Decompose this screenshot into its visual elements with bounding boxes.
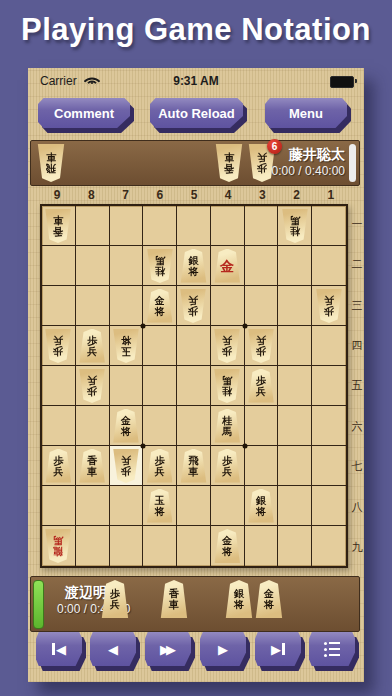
rank-label-2: 二 (350, 244, 364, 284)
triangle-glyph: ◀ (108, 643, 118, 656)
square-9-8[interactable] (42, 486, 76, 526)
page-title: Playing Game Notation (0, 12, 392, 48)
shogi-piece-金将-sente[interactable]: 金将 (112, 409, 139, 443)
square-5-3[interactable]: 歩兵 (177, 286, 211, 326)
skip-to-end-icon[interactable]: ▶ (255, 632, 301, 666)
square-9-6[interactable] (42, 406, 76, 446)
shogi-piece-歩兵-sente[interactable]: 歩兵 (214, 449, 241, 483)
top-player-time: 0:00 / 0:40:00 (272, 164, 345, 178)
piece-kanji: 馬 (155, 255, 165, 266)
square-9-1[interactable]: 香車 (42, 206, 76, 246)
piece-kanji: 歩 (256, 346, 266, 357)
square-7-4[interactable]: 玉将 (110, 326, 144, 366)
square-2-2[interactable] (278, 246, 312, 286)
square-7-8[interactable] (110, 486, 144, 526)
square-8-7[interactable]: 香車 (76, 446, 110, 486)
piece-kanji: 馬 (53, 535, 63, 546)
shogi-piece-龍馬-gote[interactable]: 龍馬 (45, 529, 72, 563)
rank-label-4: 四 (350, 325, 364, 365)
shogi-piece-歩兵-sente[interactable]: 歩兵 (146, 449, 173, 483)
square-8-9[interactable] (76, 526, 110, 566)
rank-label-1: 一 (350, 204, 364, 244)
piece-kanji: 歩 (87, 335, 97, 346)
piece-kanji: 銀 (234, 588, 244, 599)
square-4-6[interactable]: 桂馬 (211, 406, 245, 446)
shogi-piece-歩兵-gote[interactable]: 歩兵 (180, 289, 207, 323)
square-8-4[interactable]: 歩兵 (76, 326, 110, 366)
square-4-8[interactable] (211, 486, 245, 526)
square-5-2[interactable]: 銀将 (177, 246, 211, 286)
shogi-piece-金将-sente[interactable]: 金将 (255, 580, 283, 618)
piece-kanji: 兵 (256, 386, 266, 397)
piece-kanji: 兵 (324, 295, 334, 306)
square-7-1[interactable] (110, 206, 144, 246)
rank-label-6: 六 (350, 406, 364, 446)
square-1-7[interactable] (312, 446, 346, 486)
piece-kanji: 桂 (155, 266, 165, 277)
square-6-3[interactable]: 金将 (143, 286, 177, 326)
shogi-piece-玉将-sente[interactable]: 玉将 (146, 489, 173, 523)
phone-frame: Carrier 9:31 AM Comment Auto Reload Menu… (28, 68, 364, 682)
shogi-piece-歩兵-gote[interactable]: 歩兵 (112, 449, 139, 483)
star-point (242, 444, 247, 449)
shogi-piece-桂馬-sente[interactable]: 桂馬 (214, 409, 241, 443)
rank-label-5: 五 (350, 366, 364, 406)
clock-label: 9:31 AM (28, 74, 364, 88)
piece-kanji: 兵 (53, 466, 63, 477)
piece-kanji: 兵 (222, 466, 232, 477)
square-3-8[interactable]: 銀将 (245, 486, 279, 526)
file-label-8: 8 (74, 188, 108, 204)
square-6-8[interactable]: 玉将 (143, 486, 177, 526)
piece-kanji: 車 (46, 152, 56, 163)
battery-icon (330, 76, 354, 88)
square-1-2[interactable] (312, 246, 346, 286)
hand-piece-歩兵[interactable]: 歩兵 (101, 580, 129, 618)
square-2-3[interactable] (278, 286, 312, 326)
piece-kanji: 将 (121, 335, 131, 346)
square-3-1[interactable] (245, 206, 279, 246)
piece-kanji: 銀 (188, 255, 198, 266)
square-5-9[interactable] (177, 526, 211, 566)
piece-kanji: 香 (224, 163, 234, 174)
square-2-8[interactable] (278, 486, 312, 526)
square-6-2[interactable]: 桂馬 (143, 246, 177, 286)
square-9-3[interactable] (42, 286, 76, 326)
hand-piece-香車[interactable]: 香車 (160, 580, 188, 618)
shogi-piece-歩兵-gote[interactable]: 歩兵 (316, 289, 343, 323)
square-1-4[interactable] (312, 326, 346, 366)
hand-piece-香車[interactable]: 香車 (215, 144, 243, 182)
piece-kanji: 歩 (110, 588, 120, 599)
piece-kanji: 歩 (222, 455, 232, 466)
piece-kanji: 将 (234, 599, 244, 610)
square-1-3[interactable]: 歩兵 (312, 286, 346, 326)
shogi-piece-銀将-sente[interactable]: 銀将 (225, 580, 253, 618)
square-6-5[interactable] (143, 366, 177, 406)
play-icon[interactable]: ▶ (200, 632, 246, 666)
shogi-piece-桂馬-gote[interactable]: 桂馬 (281, 209, 308, 243)
move-list-button[interactable] (309, 632, 355, 666)
piece-kanji: 銀 (256, 495, 266, 506)
piece-kanji: 香 (53, 226, 63, 237)
step-back-button[interactable]: ◀ (90, 632, 136, 666)
shogi-piece-桂馬-gote[interactable]: 桂馬 (146, 249, 173, 283)
shogi-piece-金将-sente[interactable]: 金将 (146, 289, 173, 323)
comment-button[interactable]: Comment (38, 98, 130, 128)
shogi-piece-香車-gote[interactable]: 香車 (45, 209, 72, 243)
piece-kanji: 香 (169, 588, 179, 599)
hand-piece-飛車[interactable]: 飛車 (37, 144, 65, 182)
piece-kanji: 金 (220, 258, 234, 273)
step-back-icon[interactable]: ◀ (90, 632, 136, 666)
square-4-3[interactable] (211, 286, 245, 326)
file-label-7: 7 (108, 188, 142, 204)
file-label-5: 5 (177, 188, 211, 204)
hand-count-badge: 6 (267, 139, 282, 154)
piece-kanji: 歩 (155, 455, 165, 466)
square-9-9[interactable]: 龍馬 (42, 526, 76, 566)
piece-kanji: 将 (155, 506, 165, 517)
skip-to-start-icon[interactable]: ◀ (36, 632, 82, 666)
square-1-8[interactable] (312, 486, 346, 526)
shogi-piece-飛車-sente[interactable]: 飛車 (180, 449, 207, 483)
piece-kanji: 将 (264, 599, 274, 610)
shogi-piece-歩兵-sente[interactable]: 歩兵 (101, 580, 129, 618)
piece-kanji: 兵 (87, 346, 97, 357)
play-button[interactable]: ▶ (200, 632, 246, 666)
piece-kanji: 飛 (46, 163, 56, 174)
square-6-1[interactable] (143, 206, 177, 246)
piece-kanji: 兵 (222, 335, 232, 346)
piece-kanji: 歩 (188, 306, 198, 317)
square-3-9[interactable] (245, 526, 279, 566)
piece-kanji: 兵 (53, 335, 63, 346)
list-icon (324, 642, 340, 657)
square-7-3[interactable] (110, 286, 144, 326)
square-7-7[interactable]: 歩兵 (110, 446, 144, 486)
square-9-4[interactable]: 歩兵 (42, 326, 76, 366)
square-3-6[interactable] (245, 406, 279, 446)
piece-kanji: 兵 (87, 375, 97, 386)
triangle-glyph: ◀ (56, 643, 66, 656)
shogi-piece-桂馬-gote[interactable]: 桂馬 (214, 369, 241, 403)
shogi-piece-飛車-gote[interactable]: 飛車 (37, 144, 65, 182)
triangle-glyph: ▶ (271, 643, 281, 656)
square-6-7[interactable]: 歩兵 (143, 446, 177, 486)
auto-reload-button-label[interactable]: Auto Reload (150, 98, 243, 128)
rank-label-7: 七 (350, 447, 364, 487)
rank-label-3: 三 (350, 285, 364, 325)
piece-kanji: 車 (53, 215, 63, 226)
board-frame: 香車桂馬桂馬銀将金金将歩兵歩兵歩兵歩兵玉将歩兵歩兵歩兵桂馬歩兵金将桂馬歩兵香車歩… (40, 204, 348, 568)
piece-kanji: 将 (155, 306, 165, 317)
square-6-9[interactable] (143, 526, 177, 566)
shogi-piece-香車-sente[interactable]: 香車 (160, 580, 188, 618)
piece-kanji: 香 (87, 455, 97, 466)
file-label-4: 4 (211, 188, 245, 204)
skip-to-end-button[interactable]: ▶ (255, 632, 301, 666)
square-5-7[interactable]: 飛車 (177, 446, 211, 486)
shogi-piece-金-sente[interactable]: 金 (214, 249, 241, 283)
skip-to-start-button[interactable]: ◀ (36, 632, 82, 666)
square-4-7[interactable]: 歩兵 (211, 446, 245, 486)
square-9-2[interactable] (42, 246, 76, 286)
file-label-3: 3 (245, 188, 279, 204)
shogi-piece-歩兵-gote[interactable]: 歩兵 (248, 329, 275, 363)
piece-kanji: 歩 (121, 466, 131, 477)
piece-kanji: 馬 (290, 215, 300, 226)
piece-kanji: 兵 (257, 152, 267, 163)
fast-forward-icon[interactable]: ▶▶ (145, 632, 191, 666)
square-1-5[interactable] (312, 366, 346, 406)
fast-forward-button[interactable]: ▶▶ (145, 632, 191, 666)
bar-glyph (52, 643, 55, 655)
board-grid: 香車桂馬桂馬銀将金金将歩兵歩兵歩兵歩兵玉将歩兵歩兵歩兵桂馬歩兵金将桂馬歩兵香車歩… (42, 206, 346, 566)
square-2-5[interactable] (278, 366, 312, 406)
piece-kanji: 兵 (256, 335, 266, 346)
square-8-5[interactable]: 歩兵 (76, 366, 110, 406)
status-bar: Carrier 9:31 AM (28, 71, 364, 91)
square-1-6[interactable] (312, 406, 346, 446)
square-1-1[interactable] (312, 206, 346, 246)
file-label-1: 1 (314, 188, 348, 204)
piece-kanji: 歩 (257, 163, 267, 174)
shogi-piece-歩兵-gote[interactable]: 歩兵 (79, 369, 106, 403)
piece-kanji: 馬 (222, 375, 232, 386)
square-3-4[interactable]: 歩兵 (245, 326, 279, 366)
top-player-bar: 飛車香車歩兵6 藤井聡太 0:00 / 0:40:00 (30, 140, 360, 186)
shogi-piece-銀将-sente[interactable]: 銀将 (248, 489, 275, 523)
auto-reload-button[interactable]: Auto Reload (150, 98, 243, 128)
rank-label-9: 九 (350, 528, 364, 568)
shogi-piece-玉将-gote[interactable]: 玉将 (112, 329, 139, 363)
square-8-2[interactable] (76, 246, 110, 286)
shogi-piece-香車-sente[interactable]: 香車 (79, 449, 106, 483)
piece-kanji: 将 (121, 426, 131, 437)
piece-kanji: 桂 (290, 226, 300, 237)
square-4-1[interactable] (211, 206, 245, 246)
piece-kanji: 兵 (155, 466, 165, 477)
star-point (141, 324, 146, 329)
piece-kanji: 将 (222, 546, 232, 557)
board-rank-labels: 一二三四五六七八九 (350, 204, 364, 568)
piece-kanji: 車 (87, 466, 97, 477)
square-3-7[interactable] (245, 446, 279, 486)
piece-kanji: 歩 (53, 455, 63, 466)
piece-kanji: 桂 (222, 415, 232, 426)
triangle-glyph: ▶▶ (160, 643, 172, 656)
piece-kanji: 金 (222, 535, 232, 546)
triangle-glyph: ▶ (218, 643, 228, 656)
square-7-2[interactable] (110, 246, 144, 286)
piece-kanji: 馬 (222, 426, 232, 437)
piece-kanji: 歩 (324, 306, 334, 317)
square-4-5[interactable]: 桂馬 (211, 366, 245, 406)
move-list-icon[interactable] (309, 632, 355, 666)
square-6-4[interactable] (143, 326, 177, 366)
piece-kanji: 車 (169, 599, 179, 610)
shogi-piece-歩兵-sente[interactable]: 歩兵 (79, 329, 106, 363)
square-3-2[interactable] (245, 246, 279, 286)
piece-kanji: 兵 (188, 295, 198, 306)
square-2-9[interactable] (278, 526, 312, 566)
piece-kanji: 将 (256, 506, 266, 517)
square-4-2[interactable]: 金 (211, 246, 245, 286)
square-7-5[interactable] (110, 366, 144, 406)
hand-piece-金将[interactable]: 金将 (255, 580, 283, 618)
shogi-piece-銀将-sente[interactable]: 銀将 (180, 249, 207, 283)
square-2-4[interactable] (278, 326, 312, 366)
piece-kanji: 飛 (188, 455, 198, 466)
piece-kanji: 玉 (155, 495, 165, 506)
page-background: { "page": { "title": "Playing Game Notat… (0, 0, 392, 696)
piece-kanji: 歩 (53, 346, 63, 357)
star-point (141, 444, 146, 449)
piece-kanji: 歩 (87, 386, 97, 397)
piece-kanji: 玉 (121, 346, 131, 357)
piece-kanji: 歩 (256, 375, 266, 386)
square-2-6[interactable] (278, 406, 312, 446)
piece-kanji: 金 (155, 295, 165, 306)
piece-kanji: 金 (264, 588, 274, 599)
square-9-7[interactable]: 歩兵 (42, 446, 76, 486)
square-7-9[interactable] (110, 526, 144, 566)
piece-kanji: 金 (121, 415, 131, 426)
turn-indicator (33, 580, 44, 629)
comment-button-label[interactable]: Comment (38, 98, 130, 128)
top-player-name: 藤井聡太 (289, 146, 345, 164)
piece-kanji: 兵 (110, 599, 120, 610)
file-label-6: 6 (143, 188, 177, 204)
piece-kanji: 車 (224, 152, 234, 163)
shogi-piece-歩兵-gote[interactable]: 歩兵 (45, 329, 72, 363)
square-1-9[interactable] (312, 526, 346, 566)
rank-label-8: 八 (350, 487, 364, 527)
board-file-labels: 987654321 (40, 188, 348, 204)
piece-kanji: 将 (188, 266, 198, 277)
shogi-piece-歩兵-sente[interactable]: 歩兵 (45, 449, 72, 483)
file-label-9: 9 (40, 188, 74, 204)
square-2-1[interactable]: 桂馬 (278, 206, 312, 246)
square-8-6[interactable] (76, 406, 110, 446)
piece-kanji: 兵 (121, 455, 131, 466)
square-8-1[interactable] (76, 206, 110, 246)
square-4-9[interactable]: 金将 (211, 526, 245, 566)
square-5-1[interactable] (177, 206, 211, 246)
bottom-player-bar: 渡辺明 0:00 / 0:40:00 歩兵香車銀将金将 (30, 576, 360, 632)
piece-kanji: 桂 (222, 386, 232, 397)
hand-piece-銀将[interactable]: 銀将 (225, 580, 253, 618)
scroll-indicator[interactable] (349, 144, 356, 182)
square-6-6[interactable] (143, 406, 177, 446)
shogi-piece-香車-gote[interactable]: 香車 (215, 144, 243, 182)
menu-button-label[interactable]: Menu (265, 98, 347, 128)
star-point (242, 324, 247, 329)
square-5-4[interactable] (177, 326, 211, 366)
bar-glyph (282, 643, 285, 655)
shogi-piece-歩兵-gote[interactable]: 歩兵 (214, 329, 241, 363)
piece-kanji: 龍 (53, 546, 63, 557)
shogi-piece-金将-sente[interactable]: 金将 (214, 529, 241, 563)
square-2-7[interactable] (278, 446, 312, 486)
menu-button[interactable]: Menu (265, 98, 347, 128)
square-4-4[interactable]: 歩兵 (211, 326, 245, 366)
shogi-piece-歩兵-sente[interactable]: 歩兵 (248, 369, 275, 403)
square-5-8[interactable] (177, 486, 211, 526)
piece-kanji: 歩 (222, 346, 232, 357)
square-3-5[interactable]: 歩兵 (245, 366, 279, 406)
square-8-8[interactable] (76, 486, 110, 526)
square-7-6[interactable]: 金将 (110, 406, 144, 446)
piece-kanji: 車 (188, 466, 198, 477)
square-9-5[interactable] (42, 366, 76, 406)
square-5-5[interactable] (177, 366, 211, 406)
square-5-6[interactable] (177, 406, 211, 446)
file-label-2: 2 (280, 188, 314, 204)
square-3-3[interactable] (245, 286, 279, 326)
square-8-3[interactable] (76, 286, 110, 326)
